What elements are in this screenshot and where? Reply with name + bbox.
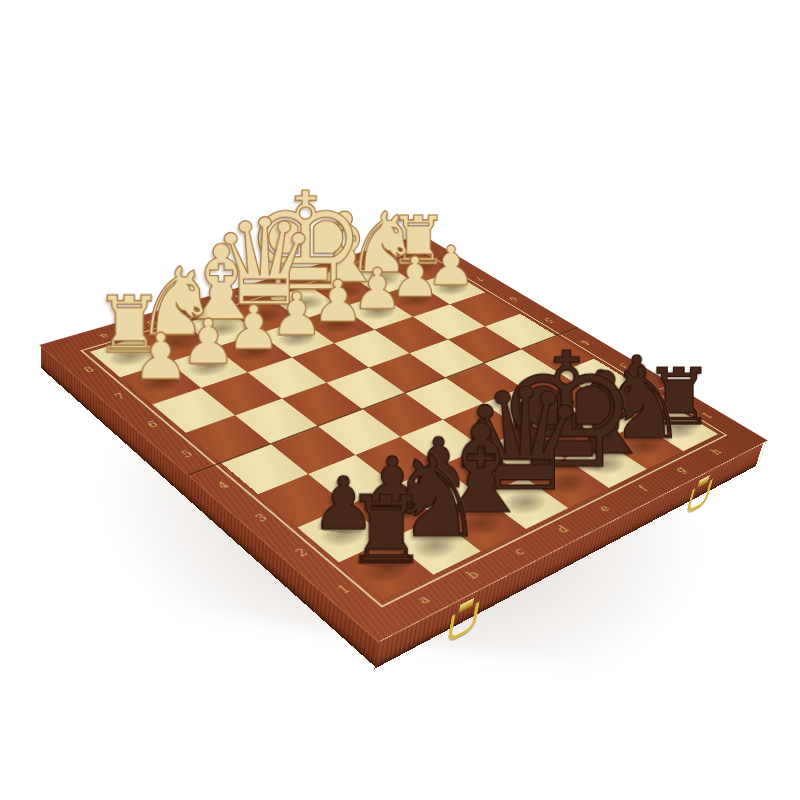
board-tilt-wrapper: abcdefgh abcdefgh 87654321 87654321 ♜♞♝♛… [111, 99, 698, 686]
product-photo-stage: abcdefgh abcdefgh 87654321 87654321 ♜♞♝♛… [0, 0, 800, 800]
